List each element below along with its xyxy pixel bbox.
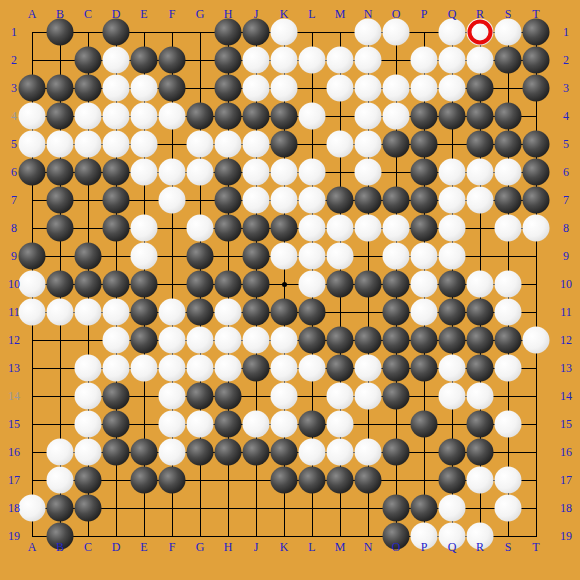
- black-stone-H2[interactable]: [215, 47, 242, 74]
- white-stone-M3[interactable]: [327, 75, 354, 102]
- white-stone-S17[interactable]: [495, 467, 522, 494]
- white-stone-F14[interactable]: [159, 383, 186, 410]
- white-stone-N4[interactable]: [355, 103, 382, 130]
- col-label-top-F: F: [169, 8, 176, 20]
- black-stone-B18[interactable]: [47, 495, 74, 522]
- white-stone-J3[interactable]: [243, 75, 270, 102]
- white-stone-M16[interactable]: [327, 439, 354, 466]
- white-stone-D11[interactable]: [103, 299, 130, 326]
- black-stone-D14[interactable]: [103, 383, 130, 410]
- white-stone-F12[interactable]: [159, 327, 186, 354]
- white-stone-F15[interactable]: [159, 411, 186, 438]
- black-stone-E16[interactable]: [131, 439, 158, 466]
- black-stone-M10[interactable]: [327, 271, 354, 298]
- white-stone-B11[interactable]: [47, 299, 74, 326]
- row-label-left-19: 19: [8, 530, 20, 542]
- black-stone-H7[interactable]: [215, 187, 242, 214]
- black-stone-O13[interactable]: [383, 355, 410, 382]
- col-label-top-P: P: [421, 8, 428, 20]
- col-label-top-Q: Q: [448, 8, 457, 20]
- black-stone-R15[interactable]: [467, 411, 494, 438]
- black-stone-H4[interactable]: [215, 103, 242, 130]
- black-stone-E12[interactable]: [131, 327, 158, 354]
- white-stone-S11[interactable]: [495, 299, 522, 326]
- black-stone-H15[interactable]: [215, 411, 242, 438]
- black-stone-K5[interactable]: [271, 131, 298, 158]
- black-stone-Q17[interactable]: [439, 467, 466, 494]
- white-stone-S13[interactable]: [495, 355, 522, 382]
- white-stone-E4[interactable]: [131, 103, 158, 130]
- black-stone-P5[interactable]: [411, 131, 438, 158]
- white-stone-N5[interactable]: [355, 131, 382, 158]
- white-stone-Q3[interactable]: [439, 75, 466, 102]
- white-stone-M2[interactable]: [327, 47, 354, 74]
- white-stone-M15[interactable]: [327, 411, 354, 438]
- white-stone-O9[interactable]: [383, 243, 410, 270]
- white-stone-K6[interactable]: [271, 159, 298, 186]
- black-stone-K4[interactable]: [271, 103, 298, 130]
- black-stone-K17[interactable]: [271, 467, 298, 494]
- col-label-bottom-R: R: [476, 541, 484, 553]
- black-stone-P6[interactable]: [411, 159, 438, 186]
- white-stone-S6[interactable]: [495, 159, 522, 186]
- col-label-top-T: T: [532, 8, 539, 20]
- white-stone-N6[interactable]: [355, 159, 382, 186]
- white-stone-L7[interactable]: [299, 187, 326, 214]
- white-stone-M14[interactable]: [327, 383, 354, 410]
- black-stone-P13[interactable]: [411, 355, 438, 382]
- white-stone-E9[interactable]: [131, 243, 158, 270]
- black-stone-J4[interactable]: [243, 103, 270, 130]
- col-label-bottom-S: S: [505, 541, 512, 553]
- black-stone-B1[interactable]: [47, 19, 74, 46]
- white-stone-Q13[interactable]: [439, 355, 466, 382]
- black-stone-M12[interactable]: [327, 327, 354, 354]
- white-stone-A18[interactable]: [19, 495, 46, 522]
- row-label-right-6: 6: [563, 166, 569, 178]
- white-stone-T8[interactable]: [523, 215, 550, 242]
- black-stone-A3[interactable]: [19, 75, 46, 102]
- black-stone-N12[interactable]: [355, 327, 382, 354]
- row-label-right-3: 3: [563, 82, 569, 94]
- white-stone-K2[interactable]: [271, 47, 298, 74]
- black-stone-N17[interactable]: [355, 467, 382, 494]
- black-stone-H6[interactable]: [215, 159, 242, 186]
- black-stone-O18[interactable]: [383, 495, 410, 522]
- white-stone-K7[interactable]: [271, 187, 298, 214]
- black-stone-J13[interactable]: [243, 355, 270, 382]
- black-stone-O16[interactable]: [383, 439, 410, 466]
- black-stone-G10[interactable]: [187, 271, 214, 298]
- white-stone-K13[interactable]: [271, 355, 298, 382]
- black-stone-O10[interactable]: [383, 271, 410, 298]
- black-stone-F2[interactable]: [159, 47, 186, 74]
- white-stone-K1[interactable]: [271, 19, 298, 46]
- black-stone-F17[interactable]: [159, 467, 186, 494]
- row-label-left-4: 4: [11, 110, 17, 122]
- white-stone-K12[interactable]: [271, 327, 298, 354]
- white-stone-N13[interactable]: [355, 355, 382, 382]
- black-stone-T6[interactable]: [523, 159, 550, 186]
- black-stone-N10[interactable]: [355, 271, 382, 298]
- white-stone-C13[interactable]: [75, 355, 102, 382]
- row-label-right-4: 4: [563, 110, 569, 122]
- white-stone-R7[interactable]: [467, 187, 494, 214]
- white-stone-Q6[interactable]: [439, 159, 466, 186]
- black-stone-H8[interactable]: [215, 215, 242, 242]
- white-stone-F7[interactable]: [159, 187, 186, 214]
- white-stone-P2[interactable]: [411, 47, 438, 74]
- white-stone-S15[interactable]: [495, 411, 522, 438]
- black-stone-R4[interactable]: [467, 103, 494, 130]
- white-stone-C15[interactable]: [75, 411, 102, 438]
- row-label-right-7: 7: [563, 194, 569, 206]
- black-stone-O5[interactable]: [383, 131, 410, 158]
- white-stone-E13[interactable]: [131, 355, 158, 382]
- white-stone-L10[interactable]: [299, 271, 326, 298]
- row-label-left-15: 15: [8, 418, 20, 430]
- white-stone-O1[interactable]: [383, 19, 410, 46]
- black-stone-J10[interactable]: [243, 271, 270, 298]
- black-stone-L17[interactable]: [299, 467, 326, 494]
- black-stone-H3[interactable]: [215, 75, 242, 102]
- white-stone-F6[interactable]: [159, 159, 186, 186]
- white-stone-L13[interactable]: [299, 355, 326, 382]
- white-stone-C16[interactable]: [75, 439, 102, 466]
- white-stone-F4[interactable]: [159, 103, 186, 130]
- black-stone-C17[interactable]: [75, 467, 102, 494]
- black-stone-C9[interactable]: [75, 243, 102, 270]
- black-stone-R13[interactable]: [467, 355, 494, 382]
- col-label-top-J: J: [254, 8, 259, 20]
- white-stone-C4[interactable]: [75, 103, 102, 130]
- white-stone-H11[interactable]: [215, 299, 242, 326]
- black-stone-C10[interactable]: [75, 271, 102, 298]
- black-stone-H16[interactable]: [215, 439, 242, 466]
- white-stone-Q2[interactable]: [439, 47, 466, 74]
- black-stone-P12[interactable]: [411, 327, 438, 354]
- white-stone-O4[interactable]: [383, 103, 410, 130]
- black-stone-R12[interactable]: [467, 327, 494, 354]
- white-stone-C11[interactable]: [75, 299, 102, 326]
- white-stone-N2[interactable]: [355, 47, 382, 74]
- black-stone-P4[interactable]: [411, 103, 438, 130]
- white-stone-J2[interactable]: [243, 47, 270, 74]
- row-label-left-11: 11: [8, 306, 20, 318]
- row-label-left-3: 3: [11, 82, 17, 94]
- row-label-right-15: 15: [560, 418, 572, 430]
- white-stone-E5[interactable]: [131, 131, 158, 158]
- col-label-bottom-K: K: [280, 541, 289, 553]
- white-stone-C5[interactable]: [75, 131, 102, 158]
- white-stone-O8[interactable]: [383, 215, 410, 242]
- white-stone-A11[interactable]: [19, 299, 46, 326]
- black-stone-B4[interactable]: [47, 103, 74, 130]
- black-stone-D6[interactable]: [103, 159, 130, 186]
- white-stone-A10[interactable]: [19, 271, 46, 298]
- white-stone-N8[interactable]: [355, 215, 382, 242]
- black-stone-B10[interactable]: [47, 271, 74, 298]
- white-stone-M5[interactable]: [327, 131, 354, 158]
- black-stone-D16[interactable]: [103, 439, 130, 466]
- row-label-left-16: 16: [8, 446, 20, 458]
- white-stone-N1[interactable]: [355, 19, 382, 46]
- col-label-bottom-N: N: [364, 541, 373, 553]
- black-stone-D15[interactable]: [103, 411, 130, 438]
- white-stone-A5[interactable]: [19, 131, 46, 158]
- black-stone-Q12[interactable]: [439, 327, 466, 354]
- white-stone-G8[interactable]: [187, 215, 214, 242]
- white-stone-S18[interactable]: [495, 495, 522, 522]
- black-stone-C18[interactable]: [75, 495, 102, 522]
- col-label-top-A: A: [28, 8, 37, 20]
- hoshi-K10: [282, 282, 287, 287]
- white-stone-H12[interactable]: [215, 327, 242, 354]
- white-stone-R6[interactable]: [467, 159, 494, 186]
- black-stone-C6[interactable]: [75, 159, 102, 186]
- white-stone-D5[interactable]: [103, 131, 130, 158]
- white-stone-Q14[interactable]: [439, 383, 466, 410]
- white-stone-L2[interactable]: [299, 47, 326, 74]
- black-stone-P18[interactable]: [411, 495, 438, 522]
- black-stone-P8[interactable]: [411, 215, 438, 242]
- row-label-left-8: 8: [11, 222, 17, 234]
- col-label-top-S: S: [505, 8, 512, 20]
- white-stone-E3[interactable]: [131, 75, 158, 102]
- white-stone-G13[interactable]: [187, 355, 214, 382]
- row-label-right-9: 9: [563, 250, 569, 262]
- white-stone-G12[interactable]: [187, 327, 214, 354]
- col-label-bottom-B: B: [56, 541, 64, 553]
- white-stone-Q1[interactable]: [439, 19, 466, 46]
- black-stone-S4[interactable]: [495, 103, 522, 130]
- black-stone-C2[interactable]: [75, 47, 102, 74]
- white-stone-S8[interactable]: [495, 215, 522, 242]
- white-stone-B16[interactable]: [47, 439, 74, 466]
- white-stone-P11[interactable]: [411, 299, 438, 326]
- black-stone-B7[interactable]: [47, 187, 74, 214]
- white-stone-L6[interactable]: [299, 159, 326, 186]
- black-stone-G14[interactable]: [187, 383, 214, 410]
- black-stone-T1[interactable]: [523, 19, 550, 46]
- black-stone-A6[interactable]: [19, 159, 46, 186]
- black-stone-E2[interactable]: [131, 47, 158, 74]
- black-stone-R5[interactable]: [467, 131, 494, 158]
- black-stone-B6[interactable]: [47, 159, 74, 186]
- black-stone-L11[interactable]: [299, 299, 326, 326]
- black-stone-S7[interactable]: [495, 187, 522, 214]
- black-stone-A9[interactable]: [19, 243, 46, 270]
- white-stone-T12[interactable]: [523, 327, 550, 354]
- col-label-top-N: N: [364, 8, 373, 20]
- white-stone-S1[interactable]: [495, 19, 522, 46]
- white-stone-N3[interactable]: [355, 75, 382, 102]
- white-stone-R10[interactable]: [467, 271, 494, 298]
- black-stone-O12[interactable]: [383, 327, 410, 354]
- col-label-top-O: O: [392, 8, 401, 20]
- row-label-right-16: 16: [560, 446, 572, 458]
- col-label-top-R: R: [476, 8, 484, 20]
- col-label-top-K: K: [280, 8, 289, 20]
- black-stone-F3[interactable]: [159, 75, 186, 102]
- black-stone-J1[interactable]: [243, 19, 270, 46]
- white-stone-D12[interactable]: [103, 327, 130, 354]
- black-stone-O11[interactable]: [383, 299, 410, 326]
- white-stone-M9[interactable]: [327, 243, 354, 270]
- black-stone-D10[interactable]: [103, 271, 130, 298]
- black-stone-B8[interactable]: [47, 215, 74, 242]
- white-stone-J5[interactable]: [243, 131, 270, 158]
- black-stone-G11[interactable]: [187, 299, 214, 326]
- white-stone-P9[interactable]: [411, 243, 438, 270]
- row-label-left-2: 2: [11, 54, 17, 66]
- white-stone-D4[interactable]: [103, 103, 130, 130]
- white-stone-R2[interactable]: [467, 47, 494, 74]
- black-stone-J8[interactable]: [243, 215, 270, 242]
- black-stone-G4[interactable]: [187, 103, 214, 130]
- black-stone-Q11[interactable]: [439, 299, 466, 326]
- col-label-bottom-F: F: [169, 541, 176, 553]
- white-stone-K9[interactable]: [271, 243, 298, 270]
- black-stone-G16[interactable]: [187, 439, 214, 466]
- row-label-left-12: 12: [8, 334, 20, 346]
- black-stone-J16[interactable]: [243, 439, 270, 466]
- go-board-app: AABBCCDDEEFFGGHHJJKKLLMMNNOOPPQQRRSSTT11…: [0, 0, 580, 580]
- white-stone-J15[interactable]: [243, 411, 270, 438]
- white-stone-H5[interactable]: [215, 131, 242, 158]
- black-stone-E10[interactable]: [131, 271, 158, 298]
- black-stone-E11[interactable]: [131, 299, 158, 326]
- white-stone-P3[interactable]: [411, 75, 438, 102]
- white-stone-L8[interactable]: [299, 215, 326, 242]
- black-stone-S12[interactable]: [495, 327, 522, 354]
- white-stone-J6[interactable]: [243, 159, 270, 186]
- white-stone-G6[interactable]: [187, 159, 214, 186]
- col-label-bottom-E: E: [140, 541, 147, 553]
- col-label-top-G: G: [196, 8, 205, 20]
- row-label-right-11: 11: [560, 306, 572, 318]
- black-stone-M13[interactable]: [327, 355, 354, 382]
- white-stone-N16[interactable]: [355, 439, 382, 466]
- black-stone-T3[interactable]: [523, 75, 550, 102]
- white-stone-H13[interactable]: [215, 355, 242, 382]
- black-stone-O7[interactable]: [383, 187, 410, 214]
- white-stone-Q9[interactable]: [439, 243, 466, 270]
- white-stone-A4[interactable]: [19, 103, 46, 130]
- white-stone-S10[interactable]: [495, 271, 522, 298]
- col-label-bottom-A: A: [28, 541, 37, 553]
- black-stone-S2[interactable]: [495, 47, 522, 74]
- black-stone-O14[interactable]: [383, 383, 410, 410]
- white-stone-L16[interactable]: [299, 439, 326, 466]
- col-label-bottom-T: T: [532, 541, 539, 553]
- black-stone-M7[interactable]: [327, 187, 354, 214]
- white-stone-D3[interactable]: [103, 75, 130, 102]
- black-stone-L12[interactable]: [299, 327, 326, 354]
- white-stone-F16[interactable]: [159, 439, 186, 466]
- col-label-bottom-M: M: [335, 541, 346, 553]
- white-stone-Q8[interactable]: [439, 215, 466, 242]
- row-label-right-13: 13: [560, 362, 572, 374]
- white-stone-K15[interactable]: [271, 411, 298, 438]
- black-stone-K8[interactable]: [271, 215, 298, 242]
- white-stone-M8[interactable]: [327, 215, 354, 242]
- black-stone-H1[interactable]: [215, 19, 242, 46]
- black-stone-M17[interactable]: [327, 467, 354, 494]
- white-stone-C14[interactable]: [75, 383, 102, 410]
- white-stone-E6[interactable]: [131, 159, 158, 186]
- white-stone-P10[interactable]: [411, 271, 438, 298]
- black-stone-J11[interactable]: [243, 299, 270, 326]
- black-stone-R16[interactable]: [467, 439, 494, 466]
- white-stone-K14[interactable]: [271, 383, 298, 410]
- black-stone-Q10[interactable]: [439, 271, 466, 298]
- white-stone-R14[interactable]: [467, 383, 494, 410]
- black-stone-D7[interactable]: [103, 187, 130, 214]
- white-stone-K3[interactable]: [271, 75, 298, 102]
- black-stone-E17[interactable]: [131, 467, 158, 494]
- white-stone-O3[interactable]: [383, 75, 410, 102]
- white-stone-F11[interactable]: [159, 299, 186, 326]
- col-label-top-L: L: [308, 8, 315, 20]
- black-stone-B3[interactable]: [47, 75, 74, 102]
- black-stone-S5[interactable]: [495, 131, 522, 158]
- white-stone-R17[interactable]: [467, 467, 494, 494]
- black-stone-H10[interactable]: [215, 271, 242, 298]
- black-stone-Q16[interactable]: [439, 439, 466, 466]
- white-stone-L9[interactable]: [299, 243, 326, 270]
- white-stone-D2[interactable]: [103, 47, 130, 74]
- black-stone-D1[interactable]: [103, 19, 130, 46]
- black-stone-T7[interactable]: [523, 187, 550, 214]
- white-stone-Q18[interactable]: [439, 495, 466, 522]
- white-stone-B17[interactable]: [47, 467, 74, 494]
- black-stone-H14[interactable]: [215, 383, 242, 410]
- white-stone-J7[interactable]: [243, 187, 270, 214]
- black-stone-K16[interactable]: [271, 439, 298, 466]
- white-stone-G5[interactable]: [187, 131, 214, 158]
- black-stone-P15[interactable]: [411, 411, 438, 438]
- white-stone-Q7[interactable]: [439, 187, 466, 214]
- white-stone-N14[interactable]: [355, 383, 382, 410]
- row-label-left-17: 17: [8, 474, 20, 486]
- row-label-right-2: 2: [563, 54, 569, 66]
- black-stone-T5[interactable]: [523, 131, 550, 158]
- col-label-bottom-D: D: [112, 541, 121, 553]
- black-stone-D8[interactable]: [103, 215, 130, 242]
- black-stone-R3[interactable]: [467, 75, 494, 102]
- black-stone-J9[interactable]: [243, 243, 270, 270]
- black-stone-T2[interactable]: [523, 47, 550, 74]
- black-stone-R11[interactable]: [467, 299, 494, 326]
- black-stone-C3[interactable]: [75, 75, 102, 102]
- col-label-bottom-P: P: [421, 541, 428, 553]
- white-stone-B5[interactable]: [47, 131, 74, 158]
- black-stone-N7[interactable]: [355, 187, 382, 214]
- black-stone-K11[interactable]: [271, 299, 298, 326]
- white-stone-F13[interactable]: [159, 355, 186, 382]
- white-stone-L4[interactable]: [299, 103, 326, 130]
- white-stone-E8[interactable]: [131, 215, 158, 242]
- white-stone-D13[interactable]: [103, 355, 130, 382]
- black-stone-Q4[interactable]: [439, 103, 466, 130]
- white-stone-J12[interactable]: [243, 327, 270, 354]
- col-label-top-B: B: [56, 8, 64, 20]
- white-stone-G15[interactable]: [187, 411, 214, 438]
- black-stone-G9[interactable]: [187, 243, 214, 270]
- black-stone-P7[interactable]: [411, 187, 438, 214]
- black-stone-L15[interactable]: [299, 411, 326, 438]
